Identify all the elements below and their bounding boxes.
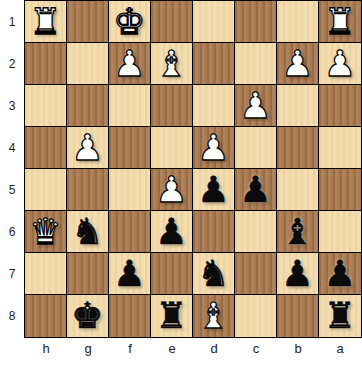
white-pawn-d4[interactable]: ♟ (197, 130, 229, 166)
square-f4[interactable] (109, 127, 151, 169)
white-rook-a1[interactable]: ♜ (324, 4, 356, 40)
board-layout: 1 2 3 4 5 6 7 8 ♜♚♜♟♝♟♟♟♟♟♟♟♟♛♞♟♝♟♞♟♟♚♜♝… (0, 0, 362, 365)
square-a1[interactable]: ♜ (319, 1, 361, 43)
rank-label-8: 8 (0, 295, 24, 337)
square-b7[interactable]: ♟ (277, 253, 319, 295)
square-h5[interactable] (25, 169, 67, 211)
white-pawn-g4[interactable]: ♟ (71, 130, 103, 166)
white-rook-h1[interactable]: ♜ (29, 4, 61, 40)
square-a7[interactable]: ♟ (319, 253, 361, 295)
white-queen-h6[interactable]: ♛ (29, 214, 61, 250)
square-e8[interactable]: ♜ (151, 295, 193, 337)
black-pawn-c5[interactable]: ♟ (239, 172, 271, 208)
file-label-g: g (67, 338, 109, 356)
white-king-f1[interactable]: ♚ (113, 4, 145, 40)
square-f6[interactable] (109, 211, 151, 253)
square-c6[interactable] (235, 211, 277, 253)
square-g2[interactable] (67, 43, 109, 85)
square-h8[interactable] (25, 295, 67, 337)
white-pawn-e5[interactable]: ♟ (155, 172, 187, 208)
black-pawn-b7[interactable]: ♟ (281, 256, 313, 292)
square-h7[interactable] (25, 253, 67, 295)
square-c7[interactable] (235, 253, 277, 295)
white-bishop-e2[interactable]: ♝ (155, 46, 187, 82)
black-knight-d7[interactable]: ♞ (197, 256, 229, 292)
square-c8[interactable] (235, 295, 277, 337)
square-b2[interactable]: ♟ (277, 43, 319, 85)
rank-label-1: 1 (0, 1, 24, 43)
square-b4[interactable] (277, 127, 319, 169)
square-d2[interactable] (193, 43, 235, 85)
square-e7[interactable] (151, 253, 193, 295)
square-g1[interactable] (67, 1, 109, 43)
square-g7[interactable] (67, 253, 109, 295)
square-f5[interactable] (109, 169, 151, 211)
rank-label-7: 7 (0, 253, 24, 295)
square-d1[interactable] (193, 1, 235, 43)
chess-diagram: 1 2 3 4 5 6 7 8 ♜♚♜♟♝♟♟♟♟♟♟♟♟♛♞♟♝♟♞♟♟♚♜♝… (0, 0, 362, 365)
square-f1[interactable]: ♚ (109, 1, 151, 43)
file-label-b: b (277, 338, 319, 356)
white-pawn-f2[interactable]: ♟ (113, 46, 145, 82)
file-label-c: c (235, 338, 277, 356)
file-label-d: d (193, 338, 235, 356)
black-pawn-e6[interactable]: ♟ (155, 214, 187, 250)
square-b1[interactable] (277, 1, 319, 43)
white-bishop-d8[interactable]: ♝ (197, 298, 229, 334)
square-c2[interactable] (235, 43, 277, 85)
black-pawn-a7[interactable]: ♟ (324, 256, 356, 292)
square-h6[interactable]: ♛ (25, 211, 67, 253)
square-c1[interactable] (235, 1, 277, 43)
white-pawn-c3[interactable]: ♟ (239, 88, 271, 124)
square-a5[interactable] (319, 169, 361, 211)
square-d6[interactable] (193, 211, 235, 253)
square-b5[interactable] (277, 169, 319, 211)
square-c3[interactable]: ♟ (235, 85, 277, 127)
file-label-f: f (109, 338, 151, 356)
square-a3[interactable] (319, 85, 361, 127)
file-label-h: h (25, 338, 67, 356)
rank-labels-column: 1 2 3 4 5 6 7 8 (0, 0, 24, 338)
square-g6[interactable]: ♞ (67, 211, 109, 253)
square-f7[interactable]: ♟ (109, 253, 151, 295)
file-labels-row: h g f e d c b a (24, 338, 362, 365)
black-king-g8[interactable]: ♚ (71, 298, 103, 334)
square-g4[interactable]: ♟ (67, 127, 109, 169)
corner-spacer (0, 338, 24, 365)
rank-label-6: 6 (0, 211, 24, 253)
square-h4[interactable] (25, 127, 67, 169)
square-e2[interactable]: ♝ (151, 43, 193, 85)
square-e1[interactable] (151, 1, 193, 43)
black-rook-e8[interactable]: ♜ (155, 298, 187, 334)
square-g5[interactable] (67, 169, 109, 211)
square-g3[interactable] (67, 85, 109, 127)
square-c5[interactable]: ♟ (235, 169, 277, 211)
square-e3[interactable] (151, 85, 193, 127)
chess-board: ♜♚♜♟♝♟♟♟♟♟♟♟♟♛♞♟♝♟♞♟♟♚♜♝♜ (24, 0, 362, 338)
square-e6[interactable]: ♟ (151, 211, 193, 253)
square-f8[interactable] (109, 295, 151, 337)
square-h1[interactable]: ♜ (25, 1, 67, 43)
black-rook-a8[interactable]: ♜ (324, 298, 356, 334)
white-pawn-b2[interactable]: ♟ (281, 46, 313, 82)
square-b6[interactable]: ♝ (277, 211, 319, 253)
square-e5[interactable]: ♟ (151, 169, 193, 211)
square-d7[interactable]: ♞ (193, 253, 235, 295)
black-pawn-f7[interactable]: ♟ (113, 256, 145, 292)
file-label-a: a (319, 338, 361, 356)
square-f2[interactable]: ♟ (109, 43, 151, 85)
rank-label-5: 5 (0, 169, 24, 211)
square-h2[interactable] (25, 43, 67, 85)
square-b3[interactable] (277, 85, 319, 127)
square-a6[interactable] (319, 211, 361, 253)
square-h3[interactable] (25, 85, 67, 127)
rank-label-3: 3 (0, 85, 24, 127)
square-b8[interactable] (277, 295, 319, 337)
black-knight-g6[interactable]: ♞ (71, 214, 103, 250)
square-a8[interactable]: ♜ (319, 295, 361, 337)
square-e4[interactable] (151, 127, 193, 169)
square-a4[interactable] (319, 127, 361, 169)
white-pawn-a2[interactable]: ♟ (324, 46, 356, 82)
square-f3[interactable] (109, 85, 151, 127)
square-a2[interactable]: ♟ (319, 43, 361, 85)
rank-label-4: 4 (0, 127, 24, 169)
file-label-e: e (151, 338, 193, 356)
square-c4[interactable] (235, 127, 277, 169)
black-pawn-d5[interactable]: ♟ (197, 172, 229, 208)
square-d4[interactable]: ♟ (193, 127, 235, 169)
square-g8[interactable]: ♚ (67, 295, 109, 337)
square-d3[interactable] (193, 85, 235, 127)
black-bishop-b6[interactable]: ♝ (281, 214, 313, 250)
square-d8[interactable]: ♝ (193, 295, 235, 337)
rank-label-2: 2 (0, 43, 24, 85)
square-d5[interactable]: ♟ (193, 169, 235, 211)
